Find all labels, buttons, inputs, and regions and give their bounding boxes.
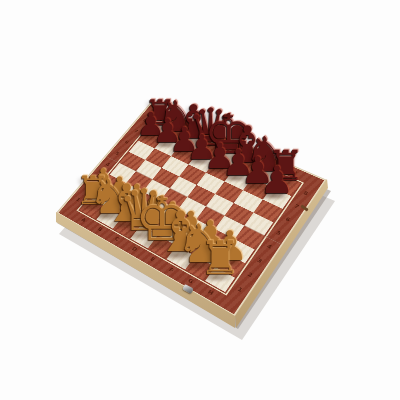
white-rook-h1[interactable]: ♜	[199, 235, 241, 281]
black-pawn-h7[interactable]: ♟	[260, 162, 294, 200]
chess-set-photo: AABBCCDDEEFFGGHH8877665544332211 ♜♞♝♛♚♝♞…	[0, 0, 400, 400]
